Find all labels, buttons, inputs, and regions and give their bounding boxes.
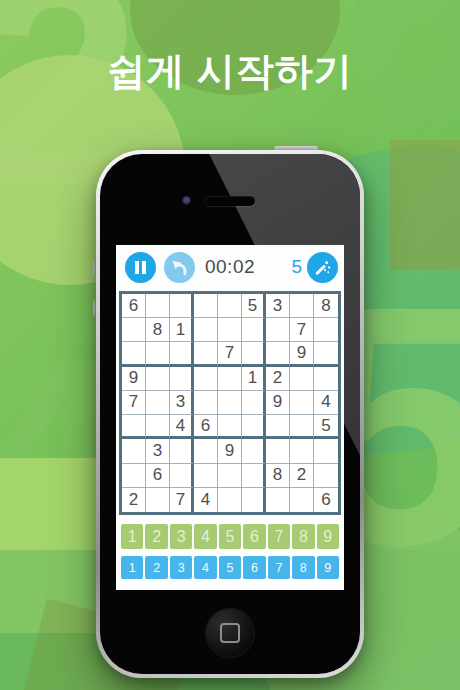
keypad-primary-button-8[interactable]: 8 — [292, 524, 314, 549]
keypad-secondary-button-7[interactable]: 7 — [268, 556, 290, 579]
sudoku-cell-r6c9[interactable]: 5 — [314, 415, 338, 439]
sudoku-cell-r7c1[interactable] — [122, 439, 146, 463]
sudoku-cell-r3c9[interactable] — [314, 342, 338, 366]
sudoku-cell-r2c7[interactable] — [266, 318, 290, 342]
sudoku-cell-r9c5[interactable] — [218, 488, 242, 512]
sudoku-cell-r8c5[interactable] — [218, 464, 242, 488]
sudoku-cell-r4c7[interactable]: 2 — [266, 367, 290, 391]
sudoku-cell-r9c4[interactable]: 4 — [194, 488, 218, 512]
sudoku-cell-r9c8[interactable] — [290, 488, 314, 512]
page-title: 쉽게 시작하기 — [0, 46, 460, 97]
sudoku-cell-r6c2[interactable] — [146, 415, 170, 439]
sudoku-cell-r9c9[interactable]: 6 — [314, 488, 338, 512]
sudoku-cell-r1c7[interactable]: 3 — [266, 294, 290, 318]
sudoku-cell-r3c1[interactable] — [122, 342, 146, 366]
keypad-primary-button-7[interactable]: 7 — [268, 524, 290, 549]
keypad-secondary-button-6[interactable]: 6 — [243, 556, 265, 579]
sudoku-cell-r8c4[interactable] — [194, 464, 218, 488]
sudoku-cell-r5c1[interactable]: 7 — [122, 391, 146, 415]
sudoku-cell-r2c8[interactable]: 7 — [290, 318, 314, 342]
sudoku-cell-r7c5[interactable]: 9 — [218, 439, 242, 463]
home-square-icon — [220, 623, 240, 643]
sudoku-cell-r1c9[interactable]: 8 — [314, 294, 338, 318]
sudoku-cell-r3c3[interactable] — [170, 342, 194, 366]
sudoku-cell-r6c5[interactable] — [218, 415, 242, 439]
sudoku-cell-r7c7[interactable] — [266, 439, 290, 463]
keypad-secondary-button-1[interactable]: 1 — [121, 556, 143, 579]
sudoku-board: 6538817799127394465396822746 — [119, 291, 341, 515]
toolbar: 00:02 5 — [116, 245, 344, 289]
sudoku-cell-r6c7[interactable] — [266, 415, 290, 439]
sudoku-cell-r7c4[interactable] — [194, 439, 218, 463]
sudoku-cell-r9c2[interactable] — [146, 488, 170, 512]
keypad-primary-button-3[interactable]: 3 — [170, 524, 192, 549]
keypad-secondary-button-9[interactable]: 9 — [317, 556, 339, 579]
sudoku-cell-r6c3[interactable]: 4 — [170, 415, 194, 439]
keypad-primary-button-1[interactable]: 1 — [121, 524, 143, 549]
keypad-secondary-button-5[interactable]: 5 — [219, 556, 241, 579]
sudoku-cell-r4c4[interactable] — [194, 367, 218, 391]
sudoku-cell-r9c1[interactable]: 2 — [122, 488, 146, 512]
sudoku-cell-r8c6[interactable] — [242, 464, 266, 488]
phone-bezel: 00:02 5 6538817799127394465396822746 123 — [100, 154, 360, 674]
sudoku-cell-r7c9[interactable] — [314, 439, 338, 463]
sudoku-cell-r3c8[interactable]: 9 — [290, 342, 314, 366]
sudoku-cell-r5c4[interactable] — [194, 391, 218, 415]
phone-frame: 00:02 5 6538817799127394465396822746 123 — [96, 150, 364, 678]
sudoku-cell-r4c6[interactable]: 1 — [242, 367, 266, 391]
sudoku-cell-r3c4[interactable] — [194, 342, 218, 366]
sudoku-cell-r5c9[interactable]: 4 — [314, 391, 338, 415]
sudoku-cell-r8c8[interactable]: 2 — [290, 464, 314, 488]
hint-count: 5 — [291, 245, 302, 289]
sudoku-cell-r8c3[interactable] — [170, 464, 194, 488]
sudoku-cell-r8c1[interactable] — [122, 464, 146, 488]
sudoku-cell-r2c3[interactable]: 1 — [170, 318, 194, 342]
app-screen: 00:02 5 6538817799127394465396822746 123 — [116, 245, 344, 590]
sudoku-cell-r2c2[interactable]: 8 — [146, 318, 170, 342]
keypad-primary-button-4[interactable]: 4 — [194, 524, 216, 549]
keypad-secondary-button-4[interactable]: 4 — [194, 556, 216, 579]
sudoku-cell-r1c1[interactable]: 6 — [122, 294, 146, 318]
keypad-primary-button-6[interactable]: 6 — [243, 524, 265, 549]
home-button[interactable] — [205, 608, 255, 658]
sudoku-cell-r9c7[interactable] — [266, 488, 290, 512]
sudoku-cell-r2c1[interactable] — [122, 318, 146, 342]
sudoku-cell-r2c9[interactable] — [314, 318, 338, 342]
sudoku-cell-r8c2[interactable]: 6 — [146, 464, 170, 488]
sudoku-cell-r6c8[interactable] — [290, 415, 314, 439]
sudoku-cell-r7c8[interactable] — [290, 439, 314, 463]
sudoku-cell-r2c4[interactable] — [194, 318, 218, 342]
sudoku-cell-r7c2[interactable]: 3 — [146, 439, 170, 463]
sudoku-cell-r1c4[interactable] — [194, 294, 218, 318]
sudoku-cell-r9c3[interactable]: 7 — [170, 488, 194, 512]
sudoku-cell-r3c7[interactable] — [266, 342, 290, 366]
sudoku-cell-r5c5[interactable] — [218, 391, 242, 415]
sudoku-cell-r5c3[interactable]: 3 — [170, 391, 194, 415]
sudoku-cell-r1c2[interactable] — [146, 294, 170, 318]
sudoku-cell-r6c6[interactable] — [242, 415, 266, 439]
sudoku-cell-r3c6[interactable] — [242, 342, 266, 366]
sudoku-cell-r4c8[interactable] — [290, 367, 314, 391]
keypad-primary-button-9[interactable]: 9 — [317, 524, 339, 549]
sudoku-cell-r4c1[interactable]: 9 — [122, 367, 146, 391]
sudoku-cell-r1c3[interactable] — [170, 294, 194, 318]
sudoku-cell-r8c7[interactable]: 8 — [266, 464, 290, 488]
keypad-secondary-button-8[interactable]: 8 — [292, 556, 314, 579]
sudoku-cell-r4c9[interactable] — [314, 367, 338, 391]
sudoku-cell-r3c5[interactable]: 7 — [218, 342, 242, 366]
earpiece-speaker — [205, 196, 255, 206]
sudoku-cell-r6c4[interactable]: 6 — [194, 415, 218, 439]
sudoku-cell-r2c6[interactable] — [242, 318, 266, 342]
hint-button[interactable] — [307, 252, 338, 283]
sudoku-cell-r5c2[interactable] — [146, 391, 170, 415]
sudoku-cell-r9c6[interactable] — [242, 488, 266, 512]
sudoku-cell-r4c3[interactable] — [170, 367, 194, 391]
front-camera — [182, 196, 191, 205]
sudoku-cell-r5c6[interactable] — [242, 391, 266, 415]
keypad-secondary-button-2[interactable]: 2 — [145, 556, 167, 579]
phone-mockup: 00:02 5 6538817799127394465396822746 123 — [96, 150, 364, 678]
sudoku-cell-r7c3[interactable] — [170, 439, 194, 463]
sudoku-cell-r1c8[interactable] — [290, 294, 314, 318]
keypad-primary-button-5[interactable]: 5 — [219, 524, 241, 549]
background-shape — [390, 140, 460, 270]
keypad-primary: 123456789 — [121, 524, 339, 549]
sudoku-cell-r5c7[interactable]: 9 — [266, 391, 290, 415]
sudoku-cell-r7c6[interactable] — [242, 439, 266, 463]
sudoku-cell-r6c1[interactable] — [122, 415, 146, 439]
keypad-secondary: 123456789 — [121, 556, 339, 579]
sudoku-cell-r1c5[interactable] — [218, 294, 242, 318]
sudoku-cell-r5c8[interactable] — [290, 391, 314, 415]
keypad-secondary-button-3[interactable]: 3 — [170, 556, 192, 579]
sudoku-cell-r1c6[interactable]: 5 — [242, 294, 266, 318]
sudoku-cell-r4c2[interactable] — [146, 367, 170, 391]
sudoku-cell-r8c9[interactable] — [314, 464, 338, 488]
keypad-primary-button-2[interactable]: 2 — [145, 524, 167, 549]
sudoku-cell-r4c5[interactable] — [218, 367, 242, 391]
magic-wand-icon — [313, 258, 332, 277]
sudoku-cell-r3c2[interactable] — [146, 342, 170, 366]
sudoku-cell-r2c5[interactable] — [218, 318, 242, 342]
